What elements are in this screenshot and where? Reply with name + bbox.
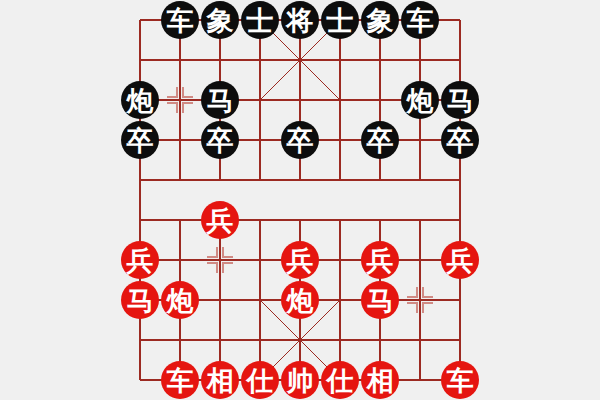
- piece-black-soldier[interactable]: 卒: [281, 121, 319, 159]
- piece-black-advisor[interactable]: 士: [241, 1, 279, 39]
- piece-black-cannon[interactable]: 炮: [401, 81, 439, 119]
- piece-black-cannon[interactable]: 炮: [121, 81, 159, 119]
- piece-red-advisor[interactable]: 仕: [241, 361, 279, 399]
- piece-black-elephant[interactable]: 象: [361, 1, 399, 39]
- piece-red-advisor[interactable]: 仕: [321, 361, 359, 399]
- last-move-marker: [167, 87, 193, 113]
- piece-red-horse[interactable]: 马: [121, 281, 159, 319]
- piece-black-soldier[interactable]: 卒: [201, 121, 239, 159]
- xiangqi-board: 车象士将士象车炮马炮马卒卒卒卒卒兵兵兵兵兵马炮炮马车相仕帅仕相车: [0, 0, 600, 400]
- piece-black-general[interactable]: 将: [281, 1, 319, 39]
- piece-black-elephant[interactable]: 象: [201, 1, 239, 39]
- piece-black-horse[interactable]: 马: [441, 81, 479, 119]
- pieces-layer: 车象士将士象车炮马炮马卒卒卒卒卒兵兵兵兵兵马炮炮马车相仕帅仕相车: [120, 0, 480, 400]
- piece-black-chariot[interactable]: 车: [401, 1, 439, 39]
- piece-red-elephant[interactable]: 相: [201, 361, 239, 399]
- piece-red-cannon[interactable]: 炮: [281, 281, 319, 319]
- piece-red-soldier[interactable]: 兵: [361, 241, 399, 279]
- piece-black-horse[interactable]: 马: [201, 81, 239, 119]
- last-move-marker: [407, 287, 433, 313]
- piece-red-general[interactable]: 帅: [281, 361, 319, 399]
- piece-red-chariot[interactable]: 车: [161, 361, 199, 399]
- piece-black-advisor[interactable]: 士: [321, 1, 359, 39]
- piece-red-chariot[interactable]: 车: [441, 361, 479, 399]
- piece-black-soldier[interactable]: 卒: [441, 121, 479, 159]
- piece-red-elephant[interactable]: 相: [361, 361, 399, 399]
- piece-red-soldier[interactable]: 兵: [201, 201, 239, 239]
- piece-red-soldier[interactable]: 兵: [441, 241, 479, 279]
- piece-black-soldier[interactable]: 卒: [121, 121, 159, 159]
- piece-black-chariot[interactable]: 车: [161, 1, 199, 39]
- piece-black-soldier[interactable]: 卒: [361, 121, 399, 159]
- last-move-marker: [207, 247, 233, 273]
- piece-red-soldier[interactable]: 兵: [281, 241, 319, 279]
- piece-red-horse[interactable]: 马: [361, 281, 399, 319]
- piece-red-soldier[interactable]: 兵: [121, 241, 159, 279]
- piece-red-cannon[interactable]: 炮: [161, 281, 199, 319]
